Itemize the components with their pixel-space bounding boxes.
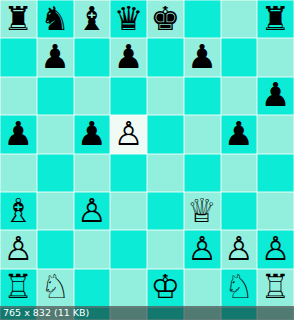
square-a7 — [0, 38, 37, 76]
square-e4 — [147, 154, 184, 192]
square-g6 — [221, 77, 258, 115]
square-h3 — [257, 192, 294, 230]
piece-black-bishop: ♝ — [77, 2, 107, 35]
square-f3: ♕ — [184, 192, 221, 230]
square-d6 — [110, 77, 147, 115]
piece-white-pawn: ♙ — [4, 232, 34, 265]
square-e6 — [147, 77, 184, 115]
piece-black-pawn: ♟ — [114, 40, 144, 73]
piece-white-pawn: ♙ — [187, 232, 217, 265]
square-f7: ♟ — [184, 38, 221, 76]
square-d4 — [110, 154, 147, 192]
square-c1 — [74, 269, 111, 307]
piece-black-king: ♚ — [151, 2, 181, 35]
square-a3: ♗ — [0, 192, 37, 230]
square-h1: ♖ — [257, 269, 294, 307]
square-g7 — [221, 38, 258, 76]
square-b2 — [37, 230, 74, 268]
square-f2: ♙ — [184, 230, 221, 268]
piece-white-rook: ♖ — [261, 270, 291, 303]
square-e3 — [147, 192, 184, 230]
square-d7: ♟ — [110, 38, 147, 76]
square-b5 — [37, 115, 74, 153]
square-h4 — [257, 154, 294, 192]
piece-white-king: ♔ — [151, 270, 181, 303]
square-a6 — [0, 77, 37, 115]
piece-black-pawn: ♟ — [40, 40, 70, 73]
square-e7 — [147, 38, 184, 76]
piece-white-rook: ♖ — [4, 270, 34, 303]
square-h7 — [257, 38, 294, 76]
square-c5: ♟ — [74, 115, 111, 153]
piece-white-pawn: ♙ — [114, 117, 144, 150]
piece-black-pawn: ♟ — [187, 40, 217, 73]
piece-white-pawn: ♙ — [261, 232, 291, 265]
square-d8: ♛ — [110, 0, 147, 38]
square-g5: ♟ — [221, 115, 258, 153]
square-b7: ♟ — [37, 38, 74, 76]
status-bar: 765 x 832 (11 KB) — [0, 306, 294, 320]
square-a8: ♜ — [0, 0, 37, 38]
square-c7 — [74, 38, 111, 76]
square-b6 — [37, 77, 74, 115]
square-a1: ♖ — [0, 269, 37, 307]
piece-white-pawn: ♙ — [224, 232, 254, 265]
square-g2: ♙ — [221, 230, 258, 268]
square-c4 — [74, 154, 111, 192]
square-f5 — [184, 115, 221, 153]
square-g4 — [221, 154, 258, 192]
piece-black-knight: ♞ — [40, 2, 70, 35]
square-d3 — [110, 192, 147, 230]
piece-black-rook: ♜ — [4, 2, 34, 35]
square-c6 — [74, 77, 111, 115]
square-b1: ♘ — [37, 269, 74, 307]
square-e8: ♚ — [147, 0, 184, 38]
square-g1: ♘ — [221, 269, 258, 307]
piece-white-pawn: ♙ — [77, 194, 107, 227]
square-h2: ♙ — [257, 230, 294, 268]
square-c3: ♙ — [74, 192, 111, 230]
square-h8: ♜ — [257, 0, 294, 38]
square-e2 — [147, 230, 184, 268]
square-d5: ♙ — [110, 115, 147, 153]
square-f8 — [184, 0, 221, 38]
piece-white-knight: ♘ — [224, 270, 254, 303]
square-h5 — [257, 115, 294, 153]
square-b8: ♞ — [37, 0, 74, 38]
square-c2 — [74, 230, 111, 268]
piece-white-knight: ♘ — [40, 270, 70, 303]
piece-black-pawn: ♟ — [261, 78, 291, 111]
piece-black-pawn: ♟ — [77, 117, 107, 150]
square-d2 — [110, 230, 147, 268]
square-b3 — [37, 192, 74, 230]
square-e1: ♔ — [147, 269, 184, 307]
square-a2: ♙ — [0, 230, 37, 268]
image-viewer[interactable]: ♜♞♝♛♚♜♟♟♟♟♟♟♙♟♗♙♕♙♙♙♙♖♘♔♘♖ 765 x 832 (11… — [0, 0, 294, 320]
square-d1 — [110, 269, 147, 307]
square-a5: ♟ — [0, 115, 37, 153]
square-c8: ♝ — [74, 0, 111, 38]
piece-black-pawn: ♟ — [4, 117, 34, 150]
piece-black-rook: ♜ — [261, 2, 291, 35]
square-b4 — [37, 154, 74, 192]
piece-white-bishop: ♗ — [4, 194, 34, 227]
square-g3 — [221, 192, 258, 230]
square-f6 — [184, 77, 221, 115]
chess-board: ♜♞♝♛♚♜♟♟♟♟♟♟♙♟♗♙♕♙♙♙♙♖♘♔♘♖ — [0, 0, 294, 320]
square-g8 — [221, 0, 258, 38]
piece-black-queen: ♛ — [114, 2, 144, 35]
piece-white-queen: ♕ — [187, 194, 217, 227]
square-f4 — [184, 154, 221, 192]
square-e5 — [147, 115, 184, 153]
square-h6: ♟ — [257, 77, 294, 115]
image-dimensions-label: 765 x 832 (11 KB) — [3, 307, 89, 318]
square-f1 — [184, 269, 221, 307]
piece-black-pawn: ♟ — [224, 117, 254, 150]
square-a4 — [0, 154, 37, 192]
